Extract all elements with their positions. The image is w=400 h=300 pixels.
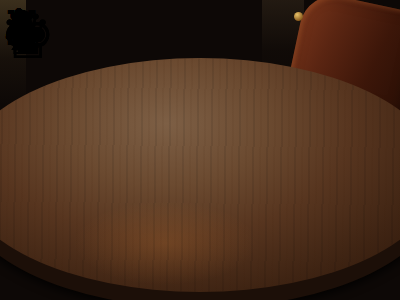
table-wood-grain bbox=[0, 58, 400, 292]
piece-white-rook-h1[interactable]: ♜ bbox=[0, 0, 43, 56]
lamp-shade-frame bbox=[124, 0, 292, 37]
photo-chess-scene: ♜♞♝♛♚♝♞♜♟♟♟♟♟♟♟♟♟♟♟♟♟♟♟♟♜♞♝♛♚♝♞♜ bbox=[0, 0, 400, 300]
table-top bbox=[0, 58, 400, 292]
brass-table-lamp bbox=[120, 0, 296, 70]
